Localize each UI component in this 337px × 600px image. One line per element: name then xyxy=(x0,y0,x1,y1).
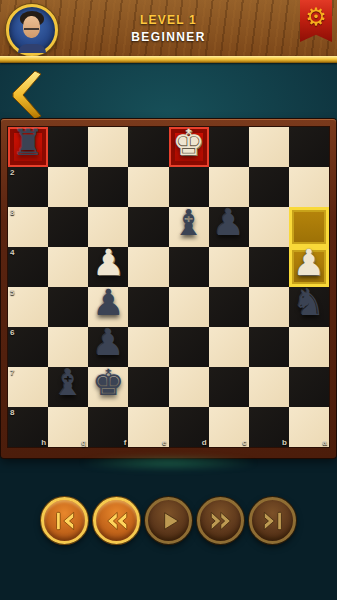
square-c1[interactable] xyxy=(209,127,249,167)
square-f8[interactable]: f xyxy=(88,407,128,447)
square-e6[interactable] xyxy=(128,327,168,367)
square-h1[interactable]: ♜ xyxy=(8,127,48,167)
player-avatar[interactable] xyxy=(6,4,58,56)
square-c8[interactable]: c xyxy=(209,407,249,447)
file-label-a: a xyxy=(323,438,327,447)
header-titles: LEVEL 1 BEGINNER xyxy=(60,0,277,57)
square-a3[interactable] xyxy=(289,207,329,247)
square-b1[interactable] xyxy=(249,127,289,167)
square-e3[interactable] xyxy=(128,207,168,247)
file-label-h: h xyxy=(41,438,46,447)
square-e8[interactable]: e xyxy=(128,407,168,447)
square-e2[interactable] xyxy=(128,167,168,207)
square-g6[interactable] xyxy=(48,327,88,367)
square-g3[interactable] xyxy=(48,207,88,247)
chess-board: ♜♚23♝♟4♟♟5♟♞6♟7♝♚8hgfedcba xyxy=(8,127,329,447)
file-label-b: b xyxy=(282,438,287,447)
level-label: LEVEL 1 xyxy=(140,13,197,27)
square-e5[interactable] xyxy=(128,287,168,327)
step-back-button[interactable] xyxy=(93,497,140,544)
square-d6[interactable] xyxy=(169,327,209,367)
square-f7[interactable]: ♚ xyxy=(88,367,128,407)
rank-label-8: 8 xyxy=(10,408,14,417)
square-e4[interactable] xyxy=(128,247,168,287)
square-b5[interactable] xyxy=(249,287,289,327)
square-h7[interactable]: 7 xyxy=(8,367,48,407)
file-label-d: d xyxy=(202,438,207,447)
square-a4[interactable]: ♟ xyxy=(289,247,329,287)
black-bishop-piece: ♝ xyxy=(48,363,88,403)
square-b6[interactable] xyxy=(249,327,289,367)
play-button[interactable] xyxy=(145,497,192,544)
square-a5[interactable]: ♞ xyxy=(289,287,329,327)
square-c2[interactable] xyxy=(209,167,249,207)
square-c3[interactable]: ♟ xyxy=(209,207,249,247)
difficulty-label: BEGINNER xyxy=(131,30,206,44)
rank-label-3: 3 xyxy=(10,208,14,217)
square-a7[interactable] xyxy=(289,367,329,407)
square-a8[interactable]: a xyxy=(289,407,329,447)
square-g2[interactable] xyxy=(48,167,88,207)
file-label-c: c xyxy=(242,438,246,447)
file-label-g: g xyxy=(81,438,86,447)
square-g8[interactable]: g xyxy=(48,407,88,447)
black-king-piece: ♚ xyxy=(88,363,128,403)
square-h8[interactable]: 8h xyxy=(8,407,48,447)
board-frame: ♜♚23♝♟4♟♟5♟♞6♟7♝♚8hgfedcba xyxy=(1,119,336,458)
file-label-f: f xyxy=(124,438,127,447)
square-g4[interactable] xyxy=(48,247,88,287)
square-c7[interactable] xyxy=(209,367,249,407)
square-f6[interactable]: ♟ xyxy=(88,327,128,367)
white-pawn-piece: ♟ xyxy=(289,243,329,283)
back-button[interactable] xyxy=(11,71,43,119)
square-f2[interactable] xyxy=(88,167,128,207)
avatar-body xyxy=(18,44,46,53)
square-e7[interactable] xyxy=(128,367,168,407)
step-forward-icon xyxy=(208,508,234,534)
gear-icon: ⚙ xyxy=(305,0,327,34)
square-d7[interactable] xyxy=(169,367,209,407)
skip-to-start-button[interactable] xyxy=(41,497,88,544)
header-gold-divider xyxy=(0,56,337,63)
square-e1[interactable] xyxy=(128,127,168,167)
black-pawn-piece: ♟ xyxy=(88,323,128,363)
square-b3[interactable] xyxy=(249,207,289,247)
chess-app: LEVEL 1 BEGINNER ⚙ ♜♚23♝♟4♟♟5♟♞6♟7♝♚8hgf… xyxy=(0,0,337,600)
square-d4[interactable] xyxy=(169,247,209,287)
square-c4[interactable] xyxy=(209,247,249,287)
square-h3[interactable]: 3 xyxy=(8,207,48,247)
black-knight-piece: ♞ xyxy=(289,283,329,323)
black-rook-piece: ♜ xyxy=(8,123,48,163)
square-b2[interactable] xyxy=(249,167,289,207)
square-h6[interactable]: 6 xyxy=(8,327,48,367)
square-d2[interactable] xyxy=(169,167,209,207)
replay-controls xyxy=(0,497,337,544)
skip-to-end-button[interactable] xyxy=(249,497,296,544)
square-f4[interactable]: ♟ xyxy=(88,247,128,287)
rank-label-6: 6 xyxy=(10,328,14,337)
board-glow xyxy=(40,452,297,474)
square-f5[interactable]: ♟ xyxy=(88,287,128,327)
square-g5[interactable] xyxy=(48,287,88,327)
square-h4[interactable]: 4 xyxy=(8,247,48,287)
square-b7[interactable] xyxy=(249,367,289,407)
chevron-left-icon xyxy=(11,71,43,119)
rank-label-4: 4 xyxy=(10,248,14,257)
rank-label-5: 5 xyxy=(10,288,14,297)
square-h2[interactable]: 2 xyxy=(8,167,48,207)
file-label-e: e xyxy=(162,438,166,447)
square-d8[interactable]: d xyxy=(169,407,209,447)
play-icon xyxy=(156,508,182,534)
rank-label-2: 2 xyxy=(10,168,14,177)
square-d5[interactable] xyxy=(169,287,209,327)
square-c5[interactable] xyxy=(209,287,249,327)
square-g1[interactable] xyxy=(48,127,88,167)
square-f1[interactable] xyxy=(88,127,128,167)
skip-to-start-icon xyxy=(52,508,78,534)
skip-to-end-icon xyxy=(260,508,286,534)
avatar-glasses xyxy=(24,24,39,30)
black-pawn-piece: ♟ xyxy=(209,203,249,243)
square-g7[interactable]: ♝ xyxy=(48,367,88,407)
step-back-icon xyxy=(104,508,130,534)
square-h5[interactable]: 5 xyxy=(8,287,48,327)
white-pawn-piece: ♟ xyxy=(88,243,128,283)
white-king-piece: ♚ xyxy=(169,123,209,163)
black-pawn-piece: ♟ xyxy=(88,283,128,323)
square-b8[interactable]: b xyxy=(249,407,289,447)
square-b4[interactable] xyxy=(249,247,289,287)
rank-label-7: 7 xyxy=(10,368,14,377)
square-c6[interactable] xyxy=(209,327,249,367)
square-f3[interactable] xyxy=(88,207,128,247)
step-forward-button[interactable] xyxy=(197,497,244,544)
black-bishop-piece: ♝ xyxy=(169,203,209,243)
square-a6[interactable] xyxy=(289,327,329,367)
square-d3[interactable]: ♝ xyxy=(169,207,209,247)
square-a2[interactable] xyxy=(289,167,329,207)
square-a1[interactable] xyxy=(289,127,329,167)
square-d1[interactable]: ♚ xyxy=(169,127,209,167)
